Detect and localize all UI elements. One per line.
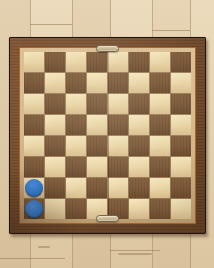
square-a2[interactable] [24, 178, 44, 198]
floor-plank-joint [0, 258, 65, 259]
square-h6[interactable] [171, 94, 191, 114]
square-a7[interactable] [24, 73, 44, 93]
square-h5[interactable] [171, 115, 191, 135]
square-c8[interactable] [66, 52, 86, 72]
floor-plank-joint [110, 250, 160, 251]
square-d6[interactable] [87, 94, 107, 114]
square-d7[interactable] [87, 73, 107, 93]
square-c7[interactable] [66, 73, 86, 93]
square-c5[interactable] [66, 115, 86, 135]
square-g7[interactable] [150, 73, 170, 93]
square-g4[interactable] [150, 136, 170, 156]
square-c4[interactable] [66, 136, 86, 156]
square-g5[interactable] [150, 115, 170, 135]
square-f6[interactable] [129, 94, 149, 114]
square-e3[interactable] [108, 157, 128, 177]
square-f8[interactable] [129, 52, 149, 72]
square-d2[interactable] [87, 178, 107, 198]
board-grid [24, 52, 191, 219]
square-h8[interactable] [171, 52, 191, 72]
square-e8[interactable] [108, 52, 128, 72]
square-b5[interactable] [45, 115, 65, 135]
square-d5[interactable] [87, 115, 107, 135]
square-b1[interactable] [45, 199, 65, 219]
floor-plank-joint [30, 24, 72, 25]
square-g6[interactable] [150, 94, 170, 114]
square-b2[interactable] [45, 178, 65, 198]
square-f2[interactable] [129, 178, 149, 198]
square-c6[interactable] [66, 94, 86, 114]
square-e5[interactable] [108, 115, 128, 135]
square-a1[interactable] [24, 199, 44, 219]
square-g8[interactable] [150, 52, 170, 72]
brand-plaque-top [96, 45, 119, 52]
square-c2[interactable] [66, 178, 86, 198]
square-a8[interactable] [24, 52, 44, 72]
square-h3[interactable] [171, 157, 191, 177]
square-a6[interactable] [24, 94, 44, 114]
square-h7[interactable] [171, 73, 191, 93]
square-d8[interactable] [87, 52, 107, 72]
square-g2[interactable] [150, 178, 170, 198]
checker-piece-blue[interactable] [25, 200, 43, 218]
brand-plaque-bottom [96, 215, 119, 222]
square-b7[interactable] [45, 73, 65, 93]
square-f4[interactable] [129, 136, 149, 156]
floor-grain-streak [118, 253, 152, 255]
square-h1[interactable] [171, 199, 191, 219]
floor-grain-streak [38, 246, 50, 248]
square-a4[interactable] [24, 136, 44, 156]
square-b8[interactable] [45, 52, 65, 72]
square-e7[interactable] [108, 73, 128, 93]
square-f5[interactable] [129, 115, 149, 135]
square-h2[interactable] [171, 178, 191, 198]
board-fold-seam [108, 52, 109, 219]
square-f1[interactable] [129, 199, 149, 219]
checker-piece-blue[interactable] [25, 179, 43, 197]
square-c3[interactable] [66, 157, 86, 177]
square-g3[interactable] [150, 157, 170, 177]
board-inner-border [19, 47, 196, 224]
square-a3[interactable] [24, 157, 44, 177]
square-c1[interactable] [66, 199, 86, 219]
square-d3[interactable] [87, 157, 107, 177]
square-e2[interactable] [108, 178, 128, 198]
floor-plank-joint [152, 30, 190, 31]
square-f7[interactable] [129, 73, 149, 93]
square-e4[interactable] [108, 136, 128, 156]
square-h4[interactable] [171, 136, 191, 156]
square-b3[interactable] [45, 157, 65, 177]
square-e6[interactable] [108, 94, 128, 114]
square-a5[interactable] [24, 115, 44, 135]
square-g1[interactable] [150, 199, 170, 219]
checkers-board [9, 37, 206, 234]
square-b6[interactable] [45, 94, 65, 114]
square-f3[interactable] [129, 157, 149, 177]
square-d4[interactable] [87, 136, 107, 156]
square-b4[interactable] [45, 136, 65, 156]
